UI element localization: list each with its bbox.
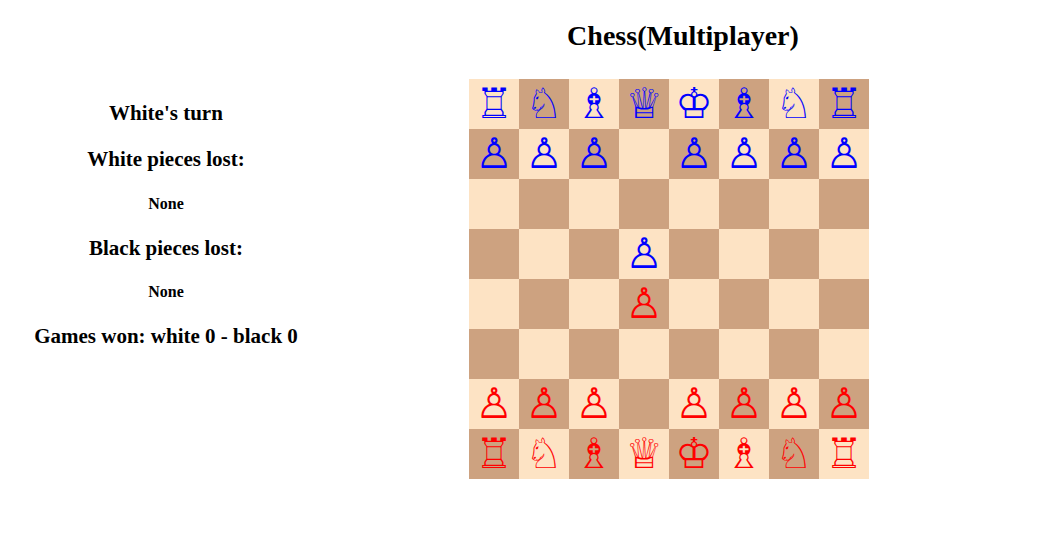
square-b7[interactable]: ♙ (519, 129, 569, 179)
square-c6[interactable] (569, 179, 619, 229)
piece-white-pawn[interactable]: ♙ (475, 379, 513, 429)
square-d7[interactable] (619, 129, 669, 179)
square-f4[interactable] (719, 279, 769, 329)
square-e7[interactable]: ♙ (669, 129, 719, 179)
piece-black-king[interactable]: ♔ (675, 79, 713, 129)
turn-indicator: White's turn (0, 101, 332, 126)
piece-black-rook[interactable]: ♖ (825, 79, 863, 129)
square-h2[interactable]: ♙ (819, 379, 869, 429)
square-g2[interactable]: ♙ (769, 379, 819, 429)
square-e5[interactable] (669, 229, 719, 279)
square-h5[interactable] (819, 229, 869, 279)
square-c8[interactable]: ♗ (569, 79, 619, 129)
piece-black-pawn[interactable]: ♙ (475, 129, 513, 179)
piece-white-pawn[interactable]: ♙ (525, 379, 563, 429)
square-a7[interactable]: ♙ (469, 129, 519, 179)
square-b1[interactable]: ♘ (519, 429, 569, 479)
square-a4[interactable] (469, 279, 519, 329)
square-h4[interactable] (819, 279, 869, 329)
square-h6[interactable] (819, 179, 869, 229)
white-pieces-lost-value: None (0, 195, 332, 213)
piece-white-rook[interactable]: ♖ (825, 429, 863, 479)
piece-white-king[interactable]: ♔ (675, 429, 713, 479)
piece-black-pawn[interactable]: ♙ (575, 129, 613, 179)
piece-white-bishop[interactable]: ♗ (575, 429, 613, 479)
square-h3[interactable] (819, 329, 869, 379)
square-e6[interactable] (669, 179, 719, 229)
square-d1[interactable]: ♕ (619, 429, 669, 479)
square-b6[interactable] (519, 179, 569, 229)
square-c7[interactable]: ♙ (569, 129, 619, 179)
square-b2[interactable]: ♙ (519, 379, 569, 429)
white-pieces-lost-label: White pieces lost: (0, 147, 332, 172)
square-e8[interactable]: ♔ (669, 79, 719, 129)
square-h1[interactable]: ♖ (819, 429, 869, 479)
piece-black-knight[interactable]: ♘ (775, 79, 813, 129)
black-pieces-lost-label: Black pieces lost: (0, 236, 332, 261)
piece-white-pawn[interactable]: ♙ (775, 379, 813, 429)
square-a6[interactable] (469, 179, 519, 229)
piece-black-knight[interactable]: ♘ (525, 79, 563, 129)
square-b4[interactable] (519, 279, 569, 329)
square-c1[interactable]: ♗ (569, 429, 619, 479)
piece-white-pawn[interactable]: ♙ (575, 379, 613, 429)
square-a5[interactable] (469, 229, 519, 279)
square-g5[interactable] (769, 229, 819, 279)
piece-black-pawn[interactable]: ♙ (525, 129, 563, 179)
square-e1[interactable]: ♔ (669, 429, 719, 479)
piece-white-pawn[interactable]: ♙ (675, 379, 713, 429)
square-d8[interactable]: ♕ (619, 79, 669, 129)
piece-white-rook[interactable]: ♖ (475, 429, 513, 479)
piece-white-bishop[interactable]: ♗ (725, 429, 763, 479)
square-g3[interactable] (769, 329, 819, 379)
square-f8[interactable]: ♗ (719, 79, 769, 129)
square-c2[interactable]: ♙ (569, 379, 619, 429)
square-a2[interactable]: ♙ (469, 379, 519, 429)
square-d4[interactable]: ♙ (619, 279, 669, 329)
square-g6[interactable] (769, 179, 819, 229)
piece-white-pawn[interactable]: ♙ (725, 379, 763, 429)
square-d2[interactable] (619, 379, 669, 429)
piece-white-pawn[interactable]: ♙ (625, 279, 663, 329)
square-c5[interactable] (569, 229, 619, 279)
black-pieces-lost-value: None (0, 283, 332, 301)
square-f6[interactable] (719, 179, 769, 229)
square-h7[interactable]: ♙ (819, 129, 869, 179)
status-panel: White's turn White pieces lost: None Bla… (0, 0, 332, 400)
games-won-score: Games won: white 0 - black 0 (0, 324, 332, 349)
square-h8[interactable]: ♖ (819, 79, 869, 129)
piece-white-knight[interactable]: ♘ (525, 429, 563, 479)
chess-app-window: Chess(Multiplayer) White's turn White pi… (0, 0, 1058, 536)
piece-white-pawn[interactable]: ♙ (825, 379, 863, 429)
square-d6[interactable] (619, 179, 669, 229)
piece-black-rook[interactable]: ♖ (475, 79, 513, 129)
square-c3[interactable] (569, 329, 619, 379)
square-f5[interactable] (719, 229, 769, 279)
piece-black-pawn[interactable]: ♙ (825, 129, 863, 179)
square-e4[interactable] (669, 279, 719, 329)
piece-black-bishop[interactable]: ♗ (725, 79, 763, 129)
page-title: Chess(Multiplayer) (567, 20, 799, 52)
square-e3[interactable] (669, 329, 719, 379)
square-a3[interactable] (469, 329, 519, 379)
square-b3[interactable] (519, 329, 569, 379)
square-f3[interactable] (719, 329, 769, 379)
square-g8[interactable]: ♘ (769, 79, 819, 129)
piece-black-bishop[interactable]: ♗ (575, 79, 613, 129)
square-b8[interactable]: ♘ (519, 79, 569, 129)
square-g4[interactable] (769, 279, 819, 329)
piece-white-queen[interactable]: ♕ (625, 429, 663, 479)
square-g7[interactable]: ♙ (769, 129, 819, 179)
square-b5[interactable] (519, 229, 569, 279)
square-a8[interactable]: ♖ (469, 79, 519, 129)
piece-black-pawn[interactable]: ♙ (675, 129, 713, 179)
piece-black-queen[interactable]: ♕ (625, 79, 663, 129)
square-d3[interactable] (619, 329, 669, 379)
piece-black-pawn[interactable]: ♙ (625, 229, 663, 279)
square-a1[interactable]: ♖ (469, 429, 519, 479)
piece-black-pawn[interactable]: ♙ (775, 129, 813, 179)
square-g1[interactable]: ♘ (769, 429, 819, 479)
piece-white-knight[interactable]: ♘ (775, 429, 813, 479)
square-c4[interactable] (569, 279, 619, 329)
square-f1[interactable]: ♗ (719, 429, 769, 479)
chess-board: ♖♘♗♕♔♗♘♖♙♙♙♙♙♙♙♙♙♙♙♙♙♙♙♙♖♘♗♕♔♗♘♖ (469, 79, 869, 479)
piece-black-pawn[interactable]: ♙ (725, 129, 763, 179)
square-d5[interactable]: ♙ (619, 229, 669, 279)
square-f7[interactable]: ♙ (719, 129, 769, 179)
square-e2[interactable]: ♙ (669, 379, 719, 429)
square-f2[interactable]: ♙ (719, 379, 769, 429)
